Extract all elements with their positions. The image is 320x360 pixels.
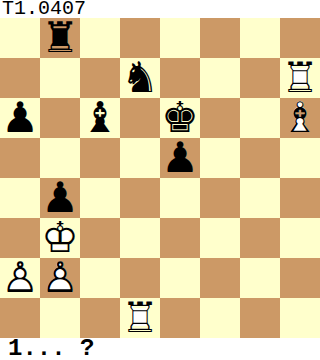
- square-d1[interactable]: ♜♖: [120, 298, 160, 338]
- square-h3[interactable]: [280, 218, 320, 258]
- square-e3[interactable]: [160, 218, 200, 258]
- square-d6[interactable]: [120, 98, 160, 138]
- square-e8[interactable]: [160, 18, 200, 58]
- black-king-piece: ♚: [160, 98, 200, 138]
- square-f8[interactable]: [200, 18, 240, 58]
- square-e1[interactable]: [160, 298, 200, 338]
- square-g8[interactable]: [240, 18, 280, 58]
- chess-board: ♜♞♜♖♟♝♚♝♗♟♟♚♔♟♙♟♙♜♖: [0, 18, 320, 338]
- square-e2[interactable]: [160, 258, 200, 298]
- chess-puzzle-window: T1.0407 ♜♞♜♖♟♝♚♝♗♟♟♚♔♟♙♟♙♜♖ 1... ?: [0, 0, 320, 360]
- square-g6[interactable]: [240, 98, 280, 138]
- square-a3[interactable]: [0, 218, 40, 258]
- square-b7[interactable]: [40, 58, 80, 98]
- square-g7[interactable]: [240, 58, 280, 98]
- square-b5[interactable]: [40, 138, 80, 178]
- square-h7[interactable]: ♜♖: [280, 58, 320, 98]
- square-e4[interactable]: [160, 178, 200, 218]
- square-d4[interactable]: [120, 178, 160, 218]
- square-a4[interactable]: [0, 178, 40, 218]
- white-rook-piece: ♖: [280, 58, 320, 98]
- square-g5[interactable]: [240, 138, 280, 178]
- square-f2[interactable]: [200, 258, 240, 298]
- white-rook-piece: ♖: [120, 298, 160, 338]
- white-pawn-piece: ♙: [40, 258, 80, 298]
- square-f7[interactable]: [200, 58, 240, 98]
- square-a5[interactable]: [0, 138, 40, 178]
- square-a7[interactable]: [0, 58, 40, 98]
- square-c1[interactable]: [80, 298, 120, 338]
- black-bishop-piece: ♝: [80, 98, 120, 138]
- square-b1[interactable]: [40, 298, 80, 338]
- square-d8[interactable]: [120, 18, 160, 58]
- black-knight-piece: ♞: [120, 58, 160, 98]
- square-f5[interactable]: [200, 138, 240, 178]
- square-c3[interactable]: [80, 218, 120, 258]
- black-pawn-piece: ♟: [0, 98, 40, 138]
- square-f3[interactable]: [200, 218, 240, 258]
- square-h4[interactable]: [280, 178, 320, 218]
- square-c5[interactable]: [80, 138, 120, 178]
- square-f4[interactable]: [200, 178, 240, 218]
- square-d2[interactable]: [120, 258, 160, 298]
- move-prompt: 1... ?: [0, 338, 320, 360]
- white-pawn-piece: ♙: [0, 258, 40, 298]
- square-f6[interactable]: [200, 98, 240, 138]
- square-e7[interactable]: [160, 58, 200, 98]
- white-king-piece: ♔: [40, 218, 80, 258]
- square-h1[interactable]: [280, 298, 320, 338]
- square-g3[interactable]: [240, 218, 280, 258]
- square-f1[interactable]: [200, 298, 240, 338]
- square-h8[interactable]: [280, 18, 320, 58]
- square-b8[interactable]: ♜: [40, 18, 80, 58]
- square-c2[interactable]: [80, 258, 120, 298]
- black-pawn-piece: ♟: [160, 138, 200, 178]
- square-d5[interactable]: [120, 138, 160, 178]
- square-a2[interactable]: ♟♙: [0, 258, 40, 298]
- square-b4[interactable]: ♟: [40, 178, 80, 218]
- square-g4[interactable]: [240, 178, 280, 218]
- square-h5[interactable]: [280, 138, 320, 178]
- square-e5[interactable]: ♟: [160, 138, 200, 178]
- square-a1[interactable]: [0, 298, 40, 338]
- square-c7[interactable]: [80, 58, 120, 98]
- square-d3[interactable]: [120, 218, 160, 258]
- square-a8[interactable]: [0, 18, 40, 58]
- square-b2[interactable]: ♟♙: [40, 258, 80, 298]
- square-g1[interactable]: [240, 298, 280, 338]
- square-d7[interactable]: ♞: [120, 58, 160, 98]
- square-g2[interactable]: [240, 258, 280, 298]
- square-b3[interactable]: ♚♔: [40, 218, 80, 258]
- square-a6[interactable]: ♟: [0, 98, 40, 138]
- square-e6[interactable]: ♚: [160, 98, 200, 138]
- square-c8[interactable]: [80, 18, 120, 58]
- white-bishop-piece: ♗: [280, 98, 320, 138]
- square-c4[interactable]: [80, 178, 120, 218]
- black-rook-piece: ♜: [40, 18, 80, 58]
- square-c6[interactable]: ♝: [80, 98, 120, 138]
- square-h2[interactable]: [280, 258, 320, 298]
- black-pawn-piece: ♟: [40, 178, 80, 218]
- square-h6[interactable]: ♝♗: [280, 98, 320, 138]
- square-b6[interactable]: [40, 98, 80, 138]
